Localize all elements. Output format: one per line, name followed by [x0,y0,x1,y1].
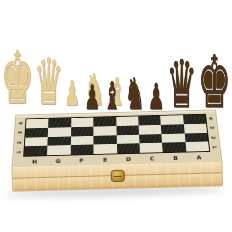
rank-labels-right: 1234 [207,114,220,152]
clasp-latch-line [113,176,121,177]
rank-label: 4 [206,114,218,122]
board-grid [23,114,210,157]
file-label: F [70,156,94,165]
file-label: A [187,153,211,162]
board-lid-top: 1234 1234 HGFEDCBA [12,109,223,167]
product-photo: ♚♛♟♞♝♟ ♟♝♞♟♛♚ 1234 1234 HGFEDCBA [0,0,232,232]
board-square [139,143,163,153]
rank-label: 4 [14,119,25,127]
board-square [185,142,209,152]
file-label: H [23,157,47,166]
rank-label: 2 [13,138,25,146]
rank-label: 3 [14,129,25,137]
rank-label: 3 [207,124,219,132]
chess-box: 1234 1234 HGFEDCBA [10,100,223,191]
file-label: B [164,153,188,162]
board-square [24,146,47,156]
board-square [47,145,70,155]
file-label: D [117,155,141,164]
file-label: C [140,154,164,163]
rank-label: 1 [209,143,221,151]
board-square [116,143,139,153]
brass-clasp [110,170,124,182]
file-label: G [46,156,70,165]
light-king-piece: ♚ [0,49,34,108]
rank-label: 2 [208,133,220,141]
rank-label: 1 [12,148,24,156]
rank-labels-left: 1234 [13,119,24,158]
board-square [94,144,117,154]
file-label: E [93,155,117,164]
board-square [162,142,186,152]
light-queen-piece: ♛ [34,56,64,108]
board-square [70,145,93,155]
